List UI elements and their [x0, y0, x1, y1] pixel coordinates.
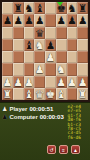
square-f5[interactable]: [56, 39, 67, 51]
white-knight-f3[interactable]: ♞: [56, 63, 65, 75]
square-b2[interactable]: ♟: [13, 76, 24, 88]
square-a2[interactable]: ♟: [2, 76, 13, 88]
square-h5[interactable]: [77, 39, 88, 51]
square-h6[interactable]: [77, 27, 88, 39]
square-b1[interactable]: [13, 88, 24, 100]
square-d4[interactable]: [34, 51, 45, 63]
square-e3[interactable]: [45, 63, 56, 75]
black-pawn-c7[interactable]: ♟: [24, 14, 33, 26]
move-8: f6-d6: [67, 136, 81, 140]
square-h2[interactable]: ♟: [77, 76, 88, 88]
black-pawn-h7[interactable]: ♟: [78, 14, 87, 26]
black-knight-c8[interactable]: ♞: [24, 2, 33, 14]
info-panel: ♟ Player 00:00:51 ♟ Computer 00:00:03 e2…: [0, 102, 90, 160]
white-pawn-f2[interactable]: ♟: [56, 76, 65, 88]
square-g4[interactable]: [67, 51, 78, 63]
black-pawn-f7[interactable]: ♟: [56, 14, 65, 26]
square-e6[interactable]: [45, 27, 56, 39]
white-pawn-h2[interactable]: ♟: [78, 76, 87, 88]
square-d1[interactable]: ♛: [34, 88, 45, 100]
white-pawn-e4[interactable]: ♟: [46, 51, 55, 63]
square-e7[interactable]: [45, 14, 56, 26]
square-e4[interactable]: ♟: [45, 51, 56, 63]
square-b8[interactable]: ♜: [13, 2, 24, 14]
chess-board-frame: ♜♞♝♚♞♜♟♟♟♟♟♟♟♛♝♞♟♟♟♞♟♟♟♟♟♟♜♝♛♚♝♜: [0, 0, 90, 102]
square-b4[interactable]: [13, 51, 24, 63]
menu-button[interactable]: ≡: [59, 145, 68, 154]
white-queen-d1[interactable]: ♛: [35, 88, 44, 100]
square-f1[interactable]: ♝: [56, 88, 67, 100]
square-c1[interactable]: ♝: [24, 88, 35, 100]
square-a7[interactable]: ♟: [2, 14, 13, 26]
square-d7[interactable]: ♟: [34, 14, 45, 26]
white-pawn-d3[interactable]: ♟: [35, 63, 44, 75]
black-knight-g8[interactable]: ♞: [67, 2, 76, 14]
player-clock: 00:00:51: [29, 106, 53, 112]
white-king-e1[interactable]: ♚: [46, 88, 55, 100]
computer-name: Computer: [9, 114, 37, 120]
square-f6[interactable]: [56, 27, 67, 39]
square-e2[interactable]: [45, 76, 56, 88]
square-d5[interactable]: ♞: [34, 39, 45, 51]
square-c3[interactable]: [24, 63, 35, 75]
square-a5[interactable]: [2, 39, 13, 51]
panel-divider: [0, 102, 90, 103]
square-g8[interactable]: ♞: [67, 2, 78, 14]
black-rook-b8[interactable]: ♜: [13, 2, 22, 14]
square-g6[interactable]: [67, 27, 78, 39]
hint-button[interactable]: ▲: [71, 145, 80, 154]
square-g5[interactable]: [67, 39, 78, 51]
chess-app-screen: ♜♞♝♚♞♜♟♟♟♟♟♟♟♛♝♞♟♟♟♞♟♟♟♟♟♟♜♝♛♚♝♜ ♟ Playe…: [0, 0, 90, 160]
square-b3[interactable]: [13, 63, 24, 75]
square-e5[interactable]: ♟: [45, 39, 56, 51]
square-g3[interactable]: [67, 63, 78, 75]
square-h7[interactable]: ♟: [77, 14, 88, 26]
white-pawn-a2[interactable]: ♟: [3, 76, 12, 88]
square-d8[interactable]: ♝: [34, 2, 45, 14]
white-pawn-c2[interactable]: ♟: [24, 76, 33, 88]
black-queen-d6[interactable]: ♛: [35, 27, 44, 39]
square-h8[interactable]: ♜: [77, 2, 88, 14]
square-h4[interactable]: [77, 51, 88, 63]
square-d6[interactable]: ♛: [34, 27, 45, 39]
white-pawn-icon: ♟: [2, 106, 7, 112]
white-bishop-c1[interactable]: ♝: [24, 88, 33, 100]
square-a1[interactable]: ♜: [2, 88, 13, 100]
square-f8[interactable]: ♚: [56, 2, 67, 14]
player-row-white: ♟ Player 00:00:51: [2, 105, 53, 113]
black-pawn-d7[interactable]: ♟: [35, 14, 44, 26]
square-a6[interactable]: [2, 27, 13, 39]
square-c4[interactable]: [24, 51, 35, 63]
square-e1[interactable]: ♚: [45, 88, 56, 100]
square-e8[interactable]: [45, 2, 56, 14]
white-rook-a1[interactable]: ♜: [3, 88, 12, 100]
black-pawn-e5[interactable]: ♟: [46, 39, 55, 51]
square-g7[interactable]: ♟: [67, 14, 78, 26]
square-c2[interactable]: ♟: [24, 76, 35, 88]
square-a8[interactable]: [2, 2, 13, 14]
white-bishop-f1[interactable]: ♝: [56, 88, 65, 100]
black-bishop-d8[interactable]: ♝: [35, 2, 44, 14]
black-rook-h8[interactable]: ♜: [78, 2, 87, 14]
black-bishop-c5[interactable]: ♝: [24, 39, 33, 51]
chess-board[interactable]: ♜♞♝♚♞♜♟♟♟♟♟♟♟♛♝♞♟♟♟♞♟♟♟♟♟♟♜♝♛♚♝♜: [2, 2, 88, 100]
white-rook-h1[interactable]: ♜: [78, 88, 87, 100]
white-pawn-b2[interactable]: ♟: [13, 76, 22, 88]
black-pawn-icon: ♟: [2, 114, 7, 120]
square-c5[interactable]: ♝: [24, 39, 35, 51]
toolbar: ↺ ≡ ▲: [47, 145, 80, 154]
square-b7[interactable]: ♟: [13, 14, 24, 26]
square-f7[interactable]: ♟: [56, 14, 67, 26]
undo-button[interactable]: ↺: [47, 145, 56, 154]
square-h3[interactable]: [77, 63, 88, 75]
square-f4[interactable]: [56, 51, 67, 63]
square-g1[interactable]: [67, 88, 78, 100]
square-f3[interactable]: ♞: [56, 63, 67, 75]
black-pawn-g7[interactable]: ♟: [67, 14, 76, 26]
square-d2[interactable]: [34, 76, 45, 88]
player-name: Player: [9, 106, 27, 112]
square-b6[interactable]: [13, 27, 24, 39]
square-g2[interactable]: ♟: [67, 76, 78, 88]
square-c8[interactable]: ♞: [24, 2, 35, 14]
white-knight-d5[interactable]: ♞: [35, 39, 44, 51]
square-a4[interactable]: [2, 51, 13, 63]
black-pawn-a7[interactable]: ♟: [3, 14, 12, 26]
square-h1[interactable]: ♜: [77, 88, 88, 100]
square-d3[interactable]: ♟: [34, 63, 45, 75]
white-pawn-g2[interactable]: ♟: [67, 76, 76, 88]
square-a3[interactable]: [2, 63, 13, 75]
highlight-marker-icon: [57, 2, 63, 6]
square-f2[interactable]: ♟: [56, 76, 67, 88]
square-c7[interactable]: ♟: [24, 14, 35, 26]
square-c6[interactable]: [24, 27, 35, 39]
move-list[interactable]: e2-e4e7-e5g1-f3d8-f6b1-c3f8-c5c3-d5f6-d6: [55, 105, 81, 140]
black-pawn-b7[interactable]: ♟: [13, 14, 22, 26]
square-b5[interactable]: [13, 39, 24, 51]
